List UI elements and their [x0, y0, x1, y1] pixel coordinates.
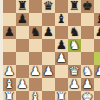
black-pawn-b7: ♟ — [17, 13, 28, 26]
square-b6[interactable] — [16, 26, 29, 39]
square-e5[interactable]: ♟ — [55, 39, 68, 52]
white-queen-f3: ♛ — [69, 65, 80, 78]
square-f1[interactable] — [68, 91, 81, 100]
square-c3[interactable]: ♟ — [29, 65, 42, 78]
square-b7[interactable]: ♟ — [16, 13, 29, 26]
black-pawn-h6: ♟ — [95, 26, 100, 39]
square-h6[interactable]: ♟ — [94, 26, 100, 39]
black-knight-c6: ♞ — [30, 26, 41, 39]
white-pawn-c3: ♟ — [30, 65, 41, 78]
white-knight-g3: ♞ — [82, 65, 93, 78]
square-c7[interactable] — [29, 13, 42, 26]
square-g2[interactable]: ♟ — [81, 78, 94, 91]
square-h2[interactable] — [94, 78, 100, 91]
square-f8[interactable]: ♜ — [68, 0, 81, 13]
square-a5[interactable] — [3, 39, 16, 52]
square-b8[interactable]: ♜ — [16, 0, 29, 13]
black-king-g8: ♚ — [82, 0, 93, 13]
square-c1[interactable]: ♝ — [29, 91, 42, 100]
square-d5[interactable] — [42, 39, 55, 52]
white-rook-e1: ♜ — [56, 91, 67, 100]
square-f5[interactable]: ♞ — [68, 39, 81, 52]
square-d8[interactable]: ♛ — [42, 0, 55, 13]
square-f6[interactable]: ♞ — [68, 26, 81, 39]
chess-app-viewport: ♜♛♜♚♟♝♝♟♞♟♞♟♟♞♟♟♟♟♛♞♟♝♟♟♟♜♝♜♚ — [0, 0, 100, 100]
square-c5[interactable] — [29, 39, 42, 52]
square-b1[interactable] — [16, 91, 29, 100]
white-bishop-c1: ♝ — [30, 91, 41, 100]
square-f7[interactable] — [68, 13, 81, 26]
white-rook-a1: ♜ — [4, 91, 15, 100]
white-knight-f5: ♞ — [69, 39, 80, 52]
square-c4[interactable] — [29, 52, 42, 65]
square-d7[interactable] — [42, 13, 55, 26]
white-pawn-f2: ♟ — [69, 78, 80, 91]
square-e6[interactable] — [55, 26, 68, 39]
square-g1[interactable]: ♚ — [81, 91, 94, 100]
black-knight-f6: ♞ — [69, 26, 80, 39]
white-pawn-h3: ♟ — [95, 65, 100, 78]
square-b4[interactable] — [16, 52, 29, 65]
square-a2[interactable]: ♝ — [3, 78, 16, 91]
white-pawn-a3: ♟ — [4, 65, 15, 78]
square-c2[interactable] — [29, 78, 42, 91]
square-c6[interactable]: ♞ — [29, 26, 42, 39]
square-e3[interactable] — [55, 65, 68, 78]
square-a3[interactable]: ♟ — [3, 65, 16, 78]
square-f2[interactable]: ♟ — [68, 78, 81, 91]
square-e7[interactable]: ♝ — [55, 13, 68, 26]
black-pawn-e5: ♟ — [56, 39, 67, 52]
square-e1[interactable]: ♜ — [55, 91, 68, 100]
square-d2[interactable] — [42, 78, 55, 91]
black-rook-f8: ♜ — [69, 0, 80, 13]
square-h7[interactable]: ♝ — [94, 13, 100, 26]
square-e4[interactable]: ♟ — [55, 52, 68, 65]
square-a7[interactable] — [3, 13, 16, 26]
white-pawn-d3: ♟ — [43, 65, 54, 78]
square-g3[interactable]: ♞ — [81, 65, 94, 78]
black-pawn-a6: ♟ — [4, 26, 15, 39]
square-g7[interactable] — [81, 13, 94, 26]
square-f3[interactable]: ♛ — [68, 65, 81, 78]
black-bishop-e7: ♝ — [56, 13, 67, 26]
white-pawn-e4: ♟ — [56, 52, 67, 65]
square-g6[interactable] — [81, 26, 94, 39]
square-d1[interactable] — [42, 91, 55, 100]
square-g4[interactable] — [81, 52, 94, 65]
square-g8[interactable]: ♚ — [81, 0, 94, 13]
square-b3[interactable] — [16, 65, 29, 78]
square-a8[interactable] — [3, 0, 16, 13]
square-a6[interactable]: ♟ — [3, 26, 16, 39]
black-pawn-d6: ♟ — [43, 26, 54, 39]
square-b2[interactable]: ♟ — [16, 78, 29, 91]
white-bishop-a2: ♝ — [4, 78, 15, 91]
square-h8[interactable] — [94, 0, 100, 13]
black-queen-d8: ♛ — [43, 0, 54, 13]
chess-board: ♜♛♜♚♟♝♝♟♞♟♞♟♟♞♟♟♟♟♛♞♟♝♟♟♟♜♝♜♚ — [3, 0, 100, 100]
square-g5[interactable] — [81, 39, 94, 52]
square-f4[interactable] — [68, 52, 81, 65]
square-a4[interactable] — [3, 52, 16, 65]
white-king-g1: ♚ — [82, 91, 93, 100]
square-d4[interactable] — [42, 52, 55, 65]
square-h4[interactable] — [94, 52, 100, 65]
square-h5[interactable] — [94, 39, 100, 52]
square-c8[interactable] — [29, 0, 42, 13]
square-d3[interactable]: ♟ — [42, 65, 55, 78]
square-h3[interactable]: ♟ — [94, 65, 100, 78]
black-rook-b8: ♜ — [17, 0, 28, 13]
square-a1[interactable]: ♜ — [3, 91, 16, 100]
square-e8[interactable] — [55, 0, 68, 13]
square-b5[interactable] — [16, 39, 29, 52]
white-pawn-b2: ♟ — [17, 78, 28, 91]
square-e2[interactable] — [55, 78, 68, 91]
square-d6[interactable]: ♟ — [42, 26, 55, 39]
square-h1[interactable] — [94, 91, 100, 100]
white-pawn-g2: ♟ — [82, 78, 93, 91]
black-bishop-h7: ♝ — [95, 13, 100, 26]
